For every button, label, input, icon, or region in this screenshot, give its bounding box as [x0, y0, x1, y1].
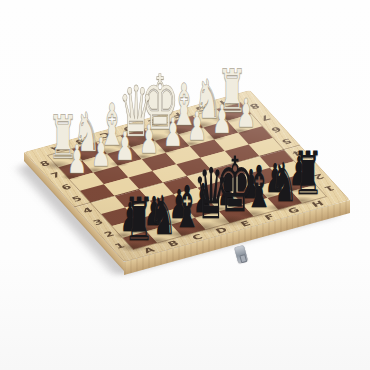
fold-clasp	[234, 245, 248, 263]
chess-set-photo: AA88BB77CC66DD55EE44FF33GG22HH11 ♜♞♝♛♚♝♞…	[0, 0, 370, 370]
chess-board: AA88BB77CC66DD55EE44FF33GG22HH11	[24, 90, 350, 262]
